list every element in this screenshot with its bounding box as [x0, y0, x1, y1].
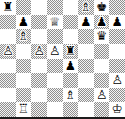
- piece-white-pawn[interactable]: ♙: [112, 74, 123, 87]
- piece-black-pawn[interactable]: ♟: [96, 16, 107, 29]
- square-c8[interactable]: [31, 0, 47, 15]
- square-g4[interactable]: [94, 59, 110, 74]
- piece-black-rook[interactable]: ♜: [65, 45, 76, 58]
- piece-black-rook[interactable]: ♜: [2, 1, 13, 14]
- piece-white-rook[interactable]: ♖: [18, 103, 29, 116]
- square-f3[interactable]: [78, 73, 94, 88]
- square-a4[interactable]: [0, 59, 16, 74]
- square-f4[interactable]: [78, 59, 94, 74]
- piece-black-pawn[interactable]: ♟: [80, 16, 91, 29]
- square-h7[interactable]: ♟: [109, 15, 125, 30]
- square-e1[interactable]: [63, 102, 79, 117]
- square-g3[interactable]: [94, 73, 110, 88]
- square-b4[interactable]: [16, 59, 32, 74]
- square-f8[interactable]: ♗: [78, 0, 94, 15]
- piece-black-pawn[interactable]: ♟: [112, 16, 123, 29]
- square-a8[interactable]: ♜: [0, 0, 16, 15]
- square-e6[interactable]: [63, 29, 79, 44]
- square-a3[interactable]: [0, 73, 16, 88]
- piece-black-pawn[interactable]: ♟: [65, 60, 76, 73]
- square-d8[interactable]: [47, 0, 63, 15]
- square-e7[interactable]: [63, 15, 79, 30]
- square-c7[interactable]: [31, 15, 47, 30]
- square-d4[interactable]: [47, 59, 63, 74]
- piece-white-pawn[interactable]: ♙: [2, 45, 13, 58]
- square-c6[interactable]: [31, 29, 47, 44]
- square-e2[interactable]: ♗: [63, 88, 79, 103]
- piece-white-queen[interactable]: ♕: [49, 16, 60, 29]
- piece-white-pawn[interactable]: ♙: [33, 45, 44, 58]
- square-e8[interactable]: [63, 0, 79, 15]
- square-g7[interactable]: ♟: [94, 15, 110, 30]
- square-g8[interactable]: ♚: [94, 0, 110, 15]
- square-b6[interactable]: ♗: [16, 29, 32, 44]
- square-h2[interactable]: [109, 88, 125, 103]
- square-g6[interactable]: ♛: [94, 29, 110, 44]
- square-b7[interactable]: ♟: [16, 15, 32, 30]
- square-f1[interactable]: [78, 102, 94, 117]
- square-g1[interactable]: [94, 102, 110, 117]
- square-d6[interactable]: [47, 29, 63, 44]
- square-b5[interactable]: [16, 44, 32, 59]
- square-c5[interactable]: ♙: [31, 44, 47, 59]
- square-a5[interactable]: ♙: [0, 44, 16, 59]
- square-d7[interactable]: ♕: [47, 15, 63, 30]
- square-d1[interactable]: [47, 102, 63, 117]
- square-f6[interactable]: [78, 29, 94, 44]
- square-h5[interactable]: [109, 44, 125, 59]
- square-e4[interactable]: ♟: [63, 59, 79, 74]
- square-c3[interactable]: [31, 73, 47, 88]
- square-f7[interactable]: ♟: [78, 15, 94, 30]
- piece-white-bishop[interactable]: ♗: [65, 89, 76, 102]
- square-g2[interactable]: ♙: [94, 88, 110, 103]
- square-b1[interactable]: ♖: [16, 102, 32, 117]
- square-c4[interactable]: [31, 59, 47, 74]
- square-h1[interactable]: ♔: [109, 102, 125, 117]
- square-b3[interactable]: [16, 73, 32, 88]
- square-h4[interactable]: [109, 59, 125, 74]
- square-h3[interactable]: ♙: [109, 73, 125, 88]
- square-e5[interactable]: ♜: [63, 44, 79, 59]
- piece-white-pawn[interactable]: ♙: [96, 89, 107, 102]
- square-e3[interactable]: [63, 73, 79, 88]
- square-f2[interactable]: [78, 88, 94, 103]
- square-f5[interactable]: [78, 44, 94, 59]
- square-a7[interactable]: [0, 15, 16, 30]
- piece-black-pawn[interactable]: ♟: [18, 16, 29, 29]
- square-g5[interactable]: [94, 44, 110, 59]
- square-d5[interactable]: ♙: [47, 44, 63, 59]
- chess-board: ♜♗♚♟♕♟♟♟♗♛♙♙♙♜♟♙♗♙♖♔: [0, 0, 125, 119]
- piece-white-bishop[interactable]: ♗: [18, 30, 29, 43]
- square-h6[interactable]: [109, 29, 125, 44]
- square-a2[interactable]: [0, 88, 16, 103]
- square-a1[interactable]: [0, 102, 16, 117]
- piece-black-king[interactable]: ♚: [96, 1, 107, 14]
- square-a6[interactable]: [0, 29, 16, 44]
- square-c2[interactable]: [31, 88, 47, 103]
- square-d2[interactable]: [47, 88, 63, 103]
- square-h8[interactable]: [109, 0, 125, 15]
- piece-black-queen[interactable]: ♛: [96, 30, 107, 43]
- chess-diagram: ♜♗♚♟♕♟♟♟♗♛♙♙♙♜♟♙♗♙♖♔: [0, 0, 125, 119]
- square-b2[interactable]: [16, 88, 32, 103]
- square-b8[interactable]: [16, 0, 32, 15]
- square-d3[interactable]: [47, 73, 63, 88]
- piece-white-king[interactable]: ♔: [112, 103, 123, 116]
- piece-white-pawn[interactable]: ♙: [49, 45, 60, 58]
- piece-white-bishop[interactable]: ♗: [80, 1, 91, 14]
- square-c1[interactable]: [31, 102, 47, 117]
